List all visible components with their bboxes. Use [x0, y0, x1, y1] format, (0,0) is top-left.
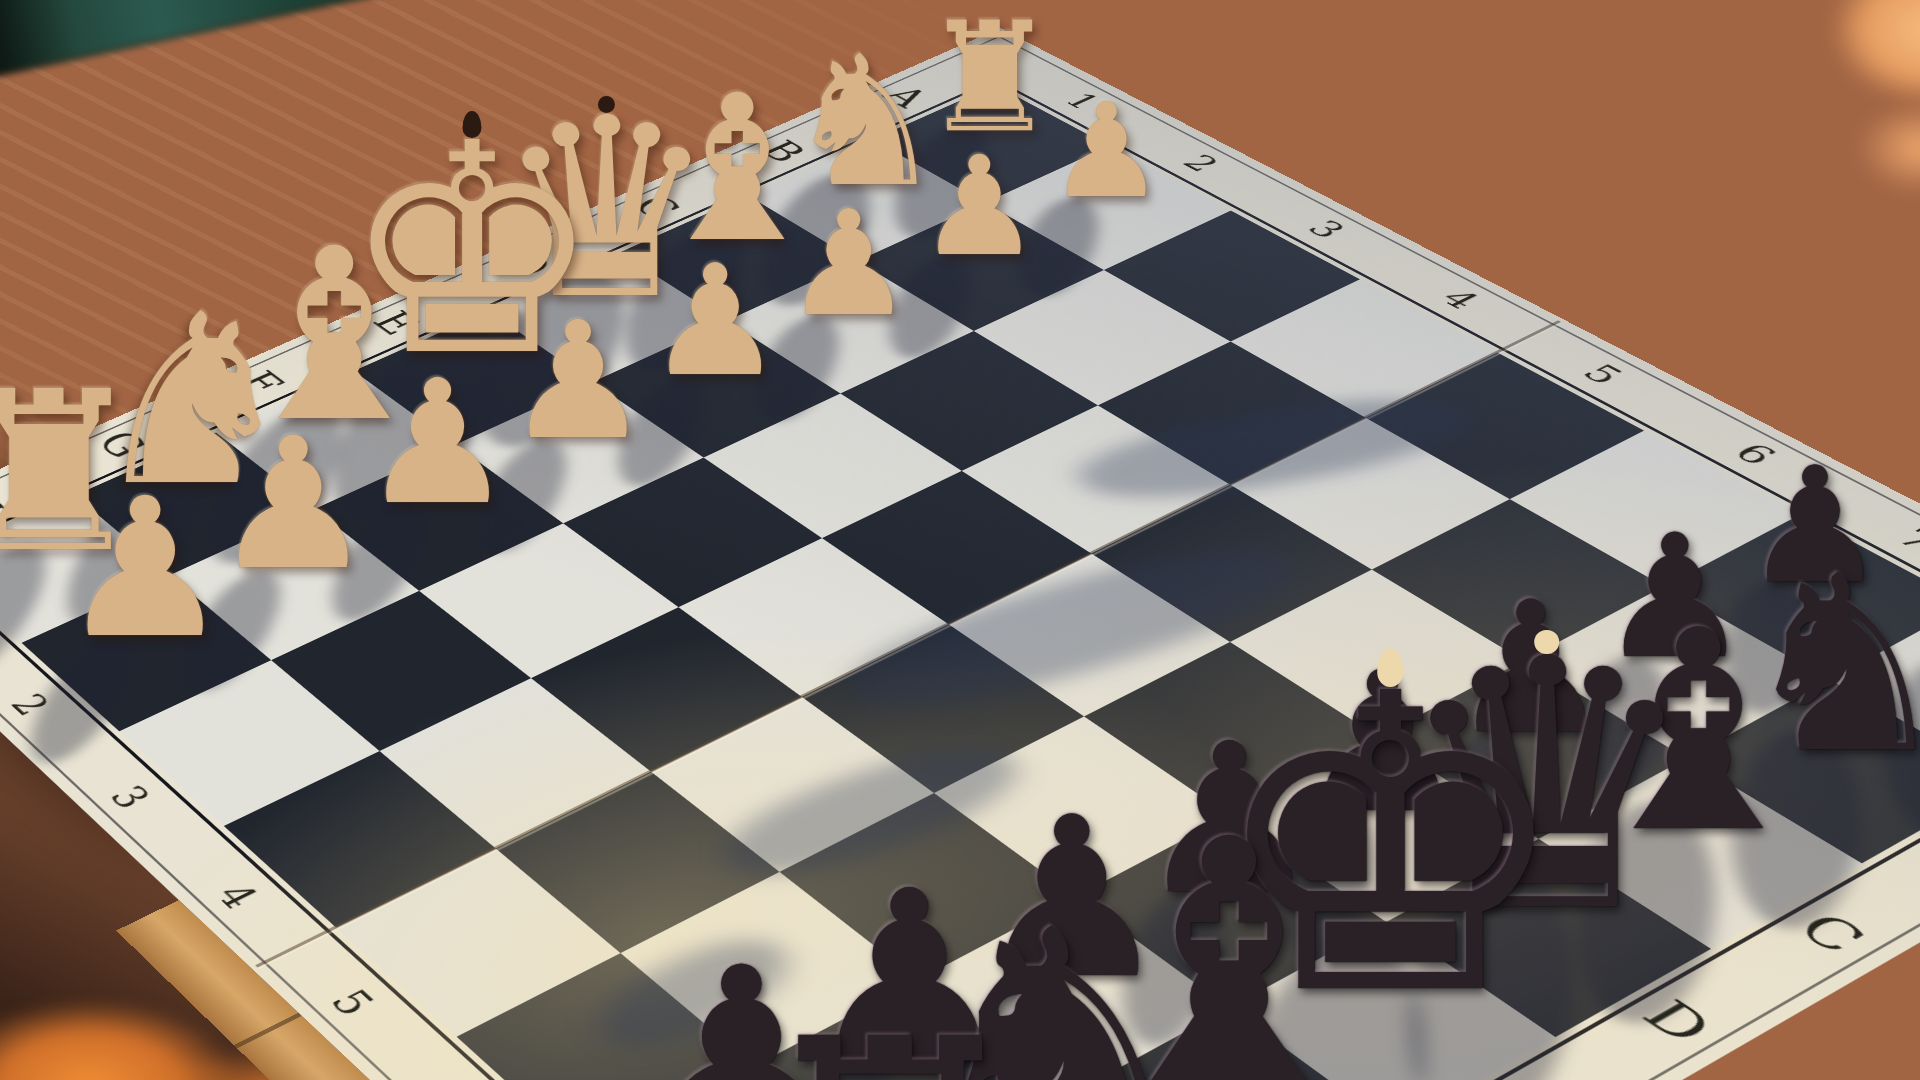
pawn-glyph: ♟	[918, 138, 1041, 275]
pawn-glyph: ♟	[59, 473, 231, 665]
piece-white-pawn-f2[interactable]: ♟	[361, 357, 515, 528]
piece-white-pawn-c2[interactable]: ♟	[784, 191, 914, 336]
finial-k	[463, 111, 482, 139]
piece-black-rook-h8[interactable]: ♜	[744, 997, 1037, 1080]
finial-k	[1377, 648, 1404, 687]
photo-scene: 11HH22GG33FF44EE55DD66CC77BB88AA ♜♞♝♛♚♝♞…	[0, 0, 1920, 1080]
piece-white-pawn-g2[interactable]: ♟	[212, 414, 375, 596]
pawn-glyph: ♟	[212, 414, 375, 596]
piece-white-pawn-a2[interactable]: ♟	[1048, 86, 1165, 216]
pieces-layer: ♜♞♝♛♚♝♞♜♟♟♟♟♟♟♟♟♟♟♟♟♟♟♟♟♜♞♝♛♚♝♞♜	[0, 0, 1920, 1080]
pawn-glyph: ♟	[506, 300, 651, 462]
piece-white-pawn-b2[interactable]: ♟	[918, 138, 1041, 275]
pawn-glyph: ♟	[1048, 86, 1165, 216]
piece-white-pawn-d2[interactable]: ♟	[647, 245, 784, 398]
piece-white-pawn-h2[interactable]: ♟	[59, 473, 231, 665]
piece-white-pawn-e2[interactable]: ♟	[506, 300, 651, 462]
pawn-glyph: ♟	[647, 245, 784, 398]
pawn-glyph: ♟	[361, 357, 515, 528]
pawn-glyph: ♟	[784, 191, 914, 336]
rook-glyph: ♜	[744, 997, 1037, 1080]
